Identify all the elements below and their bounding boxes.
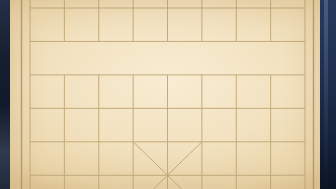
left-background-panel xyxy=(0,0,10,189)
right-background-panel xyxy=(320,0,336,189)
board-left-edge xyxy=(10,0,22,189)
game-screenshot: 楚 河 汉 界 jj 象棋 卒卒卒炮卒卒兵馬兵兵車車兵炮相馬 xyxy=(0,0,336,189)
board-grid xyxy=(10,0,320,189)
xiangqi-board[interactable]: 楚 河 汉 界 jj 象棋 卒卒卒炮卒卒兵馬兵兵車車兵炮相馬 xyxy=(10,0,320,189)
